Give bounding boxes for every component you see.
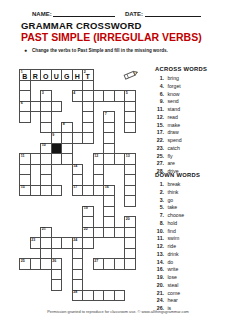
clue-list-number: 5. (155, 204, 164, 212)
down-clue: 16. write (155, 266, 235, 274)
given-letter: G (62, 72, 72, 81)
across-clue: 22. spend (155, 137, 235, 145)
clue-word: steal (166, 282, 178, 288)
clue-number: 26 (52, 259, 56, 263)
clue-list-number: 16. (155, 266, 164, 274)
clue-number: 17 (73, 185, 77, 189)
grid-cell[interactable] (82, 237, 94, 249)
clue-number: 5 (126, 91, 128, 95)
across-clue: 15. make (155, 122, 235, 130)
clue-number: 19 (84, 206, 88, 210)
across-clue: 6. know (155, 91, 235, 99)
clue-word: drink (166, 251, 179, 257)
down-clue: 7. choose (155, 212, 235, 220)
instruction-text: Change the verbs to Past Simple and fill… (32, 48, 168, 53)
clue-number: 8 (63, 122, 65, 126)
clue-number: 7 (105, 112, 107, 116)
clue-list-number: 9. (155, 98, 164, 106)
clue-number: 24 (73, 238, 77, 242)
grid-cell[interactable] (51, 101, 63, 113)
clue-word: spend (166, 137, 182, 143)
clue-list-number: 19. (155, 274, 164, 282)
clue-word: draw (166, 129, 179, 135)
bullet-icon: ● (24, 47, 27, 53)
clue-number: 14 (73, 164, 77, 168)
clue-word: ride (166, 243, 176, 249)
across-clue: 25. fly (155, 153, 235, 161)
across-clue: 11. stand (155, 106, 235, 114)
across-clue: 4. forget (155, 83, 235, 91)
down-clue: 2. think (155, 189, 235, 197)
clue-list-number: 8. (155, 220, 164, 228)
footer-text: Permission granted to reproduce for clas… (0, 309, 236, 314)
clue-list-number: 22. (155, 137, 164, 145)
grid-cell[interactable] (19, 111, 31, 123)
worksheet-subtitle: PAST SIMPLE (IRREGULAR VERBS) (21, 31, 202, 43)
down-clue: 24. hear (155, 297, 235, 305)
clue-word: swim (166, 235, 179, 241)
down-clue: 19. lose (155, 274, 235, 282)
across-clue: 9. send (155, 98, 235, 106)
down-title: DOWN WORDS (155, 172, 235, 178)
across-clue: 12. read (155, 114, 235, 122)
clue-list-number: 17. (155, 129, 164, 137)
across-clue: 27. are (155, 160, 235, 168)
clue-number: 16 (105, 185, 109, 189)
down-clue: 3. go (155, 197, 235, 205)
clue-number: 11 (21, 154, 25, 158)
clue-list-number: 1. (155, 181, 164, 189)
clue-list-number: 10. (155, 228, 164, 236)
clue-number: 9 (52, 133, 54, 137)
clue-list-number: 23. (155, 145, 164, 153)
clue-list-number: 13. (155, 251, 164, 259)
clue-word: forget (166, 83, 181, 89)
clue-word: write (166, 266, 178, 272)
clue-list-number: 12. (155, 114, 164, 122)
clue-word: take (166, 204, 177, 210)
clue-word: think (166, 189, 178, 195)
down-clues: DOWN WORDS 1. break2. think3. go5. take7… (155, 172, 235, 313)
clue-word: bring (166, 75, 179, 81)
clue-word: fly (166, 153, 173, 159)
clue-word: lose (166, 274, 177, 280)
clue-word: hold (166, 220, 177, 226)
clue-word: know (166, 91, 180, 97)
clue-list-number: 11. (155, 235, 164, 243)
clue-word: hear (166, 297, 178, 303)
clue-word: find (166, 228, 176, 234)
given-letter: O (41, 72, 51, 81)
given-letter: U (52, 72, 62, 81)
down-clue: 5. take (155, 204, 235, 212)
clue-list-number: 15. (155, 122, 164, 130)
clue-number: 6 (21, 101, 23, 105)
across-clue: 23. catch (155, 145, 235, 153)
clue-word: send (166, 98, 179, 104)
clue-list-number: 6. (155, 91, 164, 99)
across-clue-list: 1. bring4. forget6. know9. send11. stand… (155, 75, 235, 176)
grid-cell[interactable] (124, 258, 136, 270)
clue-word: break (166, 181, 180, 187)
down-clue: 12. ride (155, 243, 235, 251)
down-clue: 14. do (155, 259, 235, 267)
clue-list-number: 3. (155, 197, 164, 205)
given-letter: H (73, 72, 83, 81)
name-label: NAME: (32, 11, 52, 17)
clue-number: 23 (31, 238, 35, 242)
grid-cell[interactable] (51, 185, 63, 197)
clue-word: stand (166, 106, 180, 112)
grid-cell[interactable] (124, 195, 136, 207)
clue-number: 20 (126, 217, 130, 221)
given-letter: R (31, 72, 41, 81)
clue-word: do (166, 259, 173, 265)
clue-list-number: 11. (155, 106, 164, 114)
clue-number: 22 (84, 227, 88, 231)
down-clue: 8. hold (155, 220, 235, 228)
clue-list-number: 27. (155, 160, 164, 168)
clue-list-number: 14. (155, 259, 164, 267)
grid-cell[interactable] (82, 132, 94, 144)
clue-list-number: 2. (155, 189, 164, 197)
clue-list-number: 20. (155, 282, 164, 290)
grid-cell[interactable] (51, 279, 63, 291)
clue-word: choose (166, 212, 184, 218)
clue-number: 15 (21, 185, 25, 189)
across-clue: 1. bring (155, 75, 235, 83)
across-clue: 17. draw (155, 129, 235, 137)
clue-word: go (166, 197, 173, 203)
clue-list-number: 25. (155, 153, 164, 161)
clue-list-number: 12. (155, 243, 164, 251)
down-clue: 13. drink (155, 251, 235, 259)
instruction-line: ●Change the verbs to Past Simple and fil… (24, 47, 168, 53)
worksheet-title: GRAMMAR CROSSWORD (21, 20, 142, 31)
down-clue: 21. come (155, 290, 235, 298)
clue-word: catch (166, 145, 180, 151)
clue-number: 12 (94, 154, 98, 158)
grid-cell[interactable] (114, 290, 126, 302)
date-blank-line[interactable] (145, 10, 201, 17)
down-clue-list: 1. break2. think3. go5. take7. choose8. … (155, 181, 235, 313)
clue-word: make (166, 122, 180, 128)
across-title: ACROSS WORDS (155, 66, 235, 72)
grid-cell[interactable] (124, 122, 136, 134)
across-clues: ACROSS WORDS 1. bring4. forget6. know9. … (155, 66, 235, 176)
down-clue: 20. steal (155, 282, 235, 290)
clue-number: 4 (73, 91, 75, 95)
date-label: DATE: (125, 11, 143, 17)
pencil-icon (122, 68, 139, 86)
clue-list-number: 4. (155, 83, 164, 91)
clue-list-number: 21. (155, 290, 164, 298)
clue-number: 21 (42, 227, 46, 231)
clue-number: 25 (21, 259, 25, 263)
clue-number: 10 (42, 143, 46, 147)
clue-word: are (166, 160, 175, 166)
clue-number: 28 (73, 290, 77, 294)
down-clue: 1. break (155, 181, 235, 189)
clue-number: 3 (42, 91, 44, 95)
name-blank-line[interactable] (53, 10, 115, 17)
clue-number: 27 (94, 259, 98, 263)
clue-list-number: 1. (155, 75, 164, 83)
clue-word: come (166, 290, 180, 296)
worksheet-page: NAME: DATE: GRAMMAR CROSSWORD PAST SIMPL… (0, 0, 236, 334)
crossword-grid: 1BROUGH2T3456789101112131415171619202122… (19, 69, 137, 302)
down-clue: 10. find (155, 228, 235, 236)
name-date-line: NAME: DATE: (32, 10, 222, 17)
down-clue: 11. swim (155, 235, 235, 243)
clue-word: read (166, 114, 178, 120)
clue-list-number: 7. (155, 212, 164, 220)
clue-number: 13 (126, 154, 130, 158)
clue-list-number: 24. (155, 297, 164, 305)
